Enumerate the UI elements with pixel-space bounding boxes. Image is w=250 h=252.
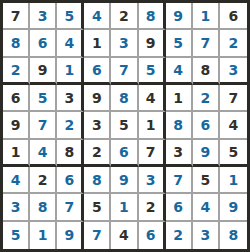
sudoku-cell-r1c8[interactable]: 1 — [193, 3, 220, 30]
sudoku-cell-r3c5[interactable]: 7 — [111, 58, 138, 85]
sudoku-cell-r2c8[interactable]: 7 — [193, 30, 220, 57]
sudoku-cell-r7c3[interactable]: 6 — [57, 167, 84, 194]
sudoku-cell-r5c7[interactable]: 8 — [166, 112, 193, 139]
sudoku-cell-r1c5[interactable]: 2 — [111, 3, 138, 30]
sudoku-cell-r8c1[interactable]: 3 — [3, 194, 30, 221]
sudoku-cell-r1c2[interactable]: 3 — [30, 3, 57, 30]
sudoku-cell-r5c5[interactable]: 5 — [111, 112, 138, 139]
sudoku-cell-r4c1[interactable]: 6 — [3, 85, 30, 112]
sudoku-cell-r4c6[interactable]: 4 — [139, 85, 166, 112]
sudoku-cell-r3c2[interactable]: 9 — [30, 58, 57, 85]
sudoku-cell-r8c9[interactable]: 9 — [220, 194, 247, 221]
sudoku-cell-r1c3[interactable]: 5 — [57, 3, 84, 30]
sudoku-cell-r3c1[interactable]: 2 — [3, 58, 30, 85]
sudoku-cell-r8c6[interactable]: 2 — [139, 194, 166, 221]
sudoku-cell-r9c1[interactable]: 5 — [3, 222, 30, 249]
sudoku-cell-r5c1[interactable]: 9 — [3, 112, 30, 139]
sudoku-cell-r4c8[interactable]: 2 — [193, 85, 220, 112]
sudoku-cell-r3c6[interactable]: 5 — [139, 58, 166, 85]
sudoku-cell-r1c4[interactable]: 4 — [84, 3, 111, 30]
sudoku-cell-r7c2[interactable]: 2 — [30, 167, 57, 194]
sudoku-cell-r6c9[interactable]: 5 — [220, 140, 247, 167]
sudoku-cell-r2c9[interactable]: 2 — [220, 30, 247, 57]
sudoku-cell-r2c1[interactable]: 8 — [3, 30, 30, 57]
sudoku-cell-r5c3[interactable]: 2 — [57, 112, 84, 139]
sudoku-cell-r1c1[interactable]: 7 — [3, 3, 30, 30]
sudoku-cell-r6c4[interactable]: 2 — [84, 140, 111, 167]
sudoku-cell-r9c4[interactable]: 7 — [84, 222, 111, 249]
sudoku-cell-r7c5[interactable]: 9 — [111, 167, 138, 194]
sudoku-cell-r1c6[interactable]: 8 — [139, 3, 166, 30]
sudoku-cell-r8c3[interactable]: 7 — [57, 194, 84, 221]
sudoku-cell-r4c2[interactable]: 5 — [30, 85, 57, 112]
sudoku-cell-r2c5[interactable]: 3 — [111, 30, 138, 57]
sudoku-cell-r3c7[interactable]: 4 — [166, 58, 193, 85]
sudoku-cell-r8c7[interactable]: 6 — [166, 194, 193, 221]
sudoku-cell-r9c3[interactable]: 9 — [57, 222, 84, 249]
sudoku-cell-r6c2[interactable]: 4 — [30, 140, 57, 167]
sudoku-cell-r4c7[interactable]: 1 — [166, 85, 193, 112]
sudoku-cell-r1c7[interactable]: 9 — [166, 3, 193, 30]
sudoku-cell-r6c8[interactable]: 9 — [193, 140, 220, 167]
sudoku-cell-r7c8[interactable]: 5 — [193, 167, 220, 194]
sudoku-cell-r5c9[interactable]: 4 — [220, 112, 247, 139]
sudoku-cell-r9c2[interactable]: 1 — [30, 222, 57, 249]
sudoku-cell-r6c3[interactable]: 8 — [57, 140, 84, 167]
sudoku-cell-r5c2[interactable]: 7 — [30, 112, 57, 139]
sudoku-cell-r3c9[interactable]: 3 — [220, 58, 247, 85]
sudoku-cell-r7c7[interactable]: 7 — [166, 167, 193, 194]
sudoku-cell-r5c4[interactable]: 3 — [84, 112, 111, 139]
sudoku-cell-r2c3[interactable]: 4 — [57, 30, 84, 57]
sudoku-cell-r2c6[interactable]: 9 — [139, 30, 166, 57]
sudoku-cell-r5c8[interactable]: 6 — [193, 112, 220, 139]
sudoku-cell-r7c4[interactable]: 8 — [84, 167, 111, 194]
sudoku-cell-r6c6[interactable]: 7 — [139, 140, 166, 167]
sudoku-cell-r3c3[interactable]: 1 — [57, 58, 84, 85]
sudoku-cell-r9c7[interactable]: 2 — [166, 222, 193, 249]
sudoku-cell-r4c9[interactable]: 7 — [220, 85, 247, 112]
sudoku-cell-r9c9[interactable]: 8 — [220, 222, 247, 249]
sudoku-cell-r2c2[interactable]: 6 — [30, 30, 57, 57]
sudoku-cell-r7c1[interactable]: 4 — [3, 167, 30, 194]
sudoku-cell-r4c4[interactable]: 9 — [84, 85, 111, 112]
sudoku-cell-r8c5[interactable]: 1 — [111, 194, 138, 221]
sudoku-cell-r5c6[interactable]: 1 — [139, 112, 166, 139]
sudoku-cell-r8c8[interactable]: 4 — [193, 194, 220, 221]
sudoku-cell-r6c7[interactable]: 3 — [166, 140, 193, 167]
sudoku-cell-r9c6[interactable]: 6 — [139, 222, 166, 249]
sudoku-cell-r1c9[interactable]: 6 — [220, 3, 247, 30]
sudoku-cell-r3c8[interactable]: 8 — [193, 58, 220, 85]
sudoku-cell-r4c5[interactable]: 8 — [111, 85, 138, 112]
sudoku-cell-r9c8[interactable]: 3 — [193, 222, 220, 249]
sudoku-cell-r2c4[interactable]: 1 — [84, 30, 111, 57]
sudoku-cell-r6c1[interactable]: 1 — [3, 140, 30, 167]
sudoku-cell-r7c6[interactable]: 3 — [139, 167, 166, 194]
sudoku-cell-r8c4[interactable]: 5 — [84, 194, 111, 221]
sudoku-board: 7354289168641395722916754836539841279723… — [0, 0, 250, 252]
sudoku-cell-r3c4[interactable]: 6 — [84, 58, 111, 85]
sudoku-cell-r8c2[interactable]: 8 — [30, 194, 57, 221]
sudoku-cell-r6c5[interactable]: 6 — [111, 140, 138, 167]
sudoku-cell-r4c3[interactable]: 3 — [57, 85, 84, 112]
sudoku-cell-r2c7[interactable]: 5 — [166, 30, 193, 57]
sudoku-cell-r9c5[interactable]: 4 — [111, 222, 138, 249]
sudoku-cell-r7c9[interactable]: 1 — [220, 167, 247, 194]
